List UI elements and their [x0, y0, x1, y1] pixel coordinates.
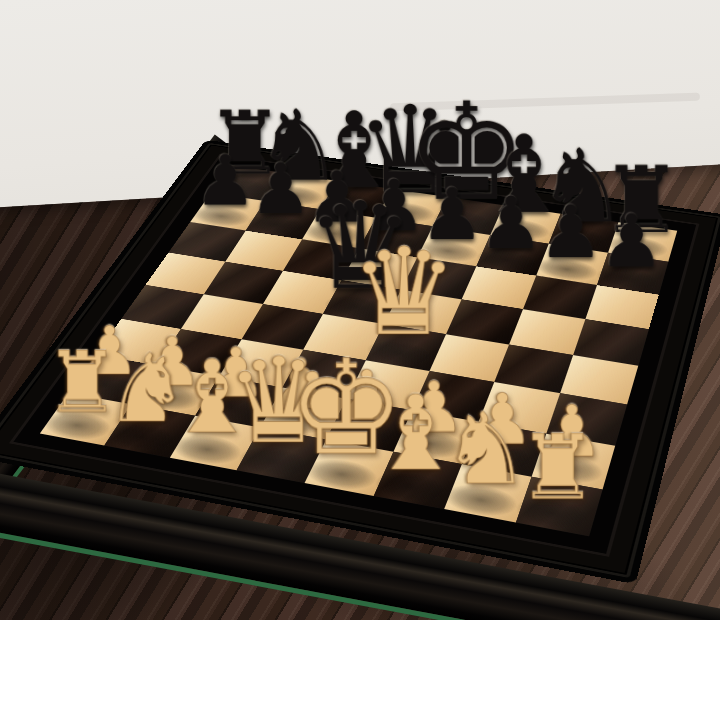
black-pawn-h7: ♟ — [599, 205, 665, 278]
square-h1: ♜ — [516, 477, 603, 536]
black-pawn-g7: ♟ — [538, 196, 603, 269]
square-h6 — [585, 285, 658, 329]
square-h5 — [573, 319, 649, 366]
chess-set-photo: ♜♞♝♛♚♝♞♜♟♟♟♟♟♟♟♟♛♛♟♟♟♟♟♟♟♟♜♞♝♛♚♝♞♜ — [0, 0, 720, 620]
white-rook-h1: ♜ — [517, 423, 597, 513]
white-rook-glyph: ♜ — [517, 423, 597, 513]
black-pawn-a7: ♟ — [194, 146, 256, 215]
black-pawn-glyph: ♟ — [599, 205, 665, 278]
black-pawn-glyph: ♟ — [249, 154, 312, 224]
black-pawn-glyph: ♟ — [479, 187, 544, 259]
square-h7: ♟ — [597, 253, 668, 295]
black-pawn-glyph: ♟ — [538, 196, 603, 269]
black-pawn-glyph: ♟ — [194, 146, 256, 215]
black-pawn-f7: ♟ — [479, 187, 544, 259]
black-pawn-b7: ♟ — [249, 154, 312, 224]
